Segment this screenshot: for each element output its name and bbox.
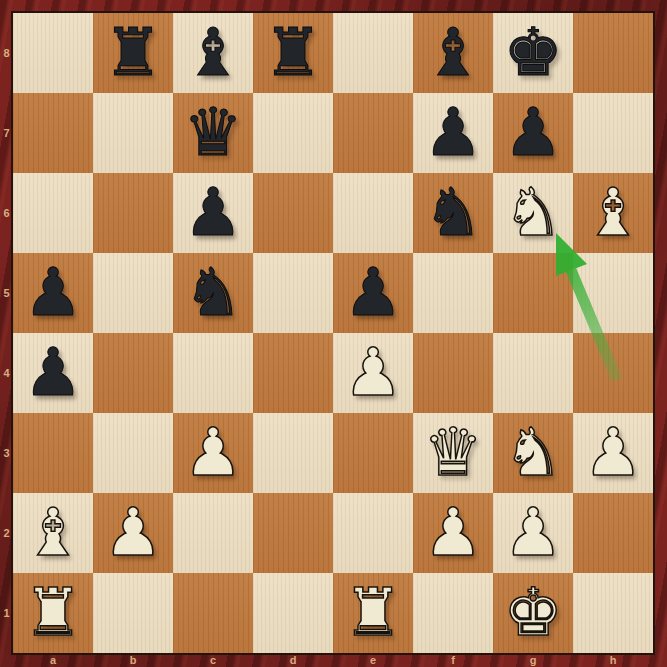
piece-white-pawn-c3[interactable]: ♟	[173, 413, 253, 493]
file-label-f: f	[413, 653, 493, 667]
piece-white-queen-f3[interactable]: ♛	[413, 413, 493, 493]
file-label-h: h	[573, 653, 653, 667]
square-d4[interactable]	[253, 333, 333, 413]
square-d3[interactable]	[253, 413, 333, 493]
square-f3[interactable]: ♛	[413, 413, 493, 493]
square-b5[interactable]	[93, 253, 173, 333]
square-d2[interactable]	[253, 493, 333, 573]
square-h8[interactable]	[573, 13, 653, 93]
piece-white-pawn-e4[interactable]: ♟	[333, 333, 413, 413]
square-a4[interactable]: ♟	[13, 333, 93, 413]
square-f4[interactable]	[413, 333, 493, 413]
rank-label-8: 8	[0, 13, 13, 93]
piece-black-queen-c7[interactable]: ♛	[173, 93, 253, 173]
square-a6[interactable]	[13, 173, 93, 253]
piece-white-rook-e1[interactable]: ♜	[333, 573, 413, 653]
rank-label-5: 5	[0, 253, 13, 333]
file-label-g: g	[493, 653, 573, 667]
piece-white-bishop-h6[interactable]: ♝	[573, 173, 653, 253]
square-h1[interactable]	[573, 573, 653, 653]
square-h3[interactable]: ♟	[573, 413, 653, 493]
piece-black-pawn-a4[interactable]: ♟	[13, 333, 93, 413]
piece-black-pawn-f7[interactable]: ♟	[413, 93, 493, 173]
piece-white-pawn-h3[interactable]: ♟	[573, 413, 653, 493]
square-b8[interactable]: ♜	[93, 13, 173, 93]
square-d7[interactable]	[253, 93, 333, 173]
piece-black-rook-d8[interactable]: ♜	[253, 13, 333, 93]
square-c6[interactable]: ♟	[173, 173, 253, 253]
square-a1[interactable]: ♜	[13, 573, 93, 653]
piece-black-bishop-f8[interactable]: ♝	[413, 13, 493, 93]
file-label-e: e	[333, 653, 413, 667]
file-label-c: c	[173, 653, 253, 667]
piece-black-knight-f6[interactable]: ♞	[413, 173, 493, 253]
square-b1[interactable]	[93, 573, 173, 653]
square-a3[interactable]	[13, 413, 93, 493]
square-e4[interactable]: ♟	[333, 333, 413, 413]
piece-black-rook-b8[interactable]: ♜	[93, 13, 173, 93]
rank-label-1: 1	[0, 573, 13, 653]
file-label-d: d	[253, 653, 333, 667]
square-h2[interactable]	[573, 493, 653, 573]
square-f2[interactable]: ♟	[413, 493, 493, 573]
square-e7[interactable]	[333, 93, 413, 173]
square-g1[interactable]: ♚	[493, 573, 573, 653]
piece-black-knight-c5[interactable]: ♞	[173, 253, 253, 333]
square-c7[interactable]: ♛	[173, 93, 253, 173]
square-d6[interactable]	[253, 173, 333, 253]
square-d5[interactable]	[253, 253, 333, 333]
rank-label-7: 7	[0, 93, 13, 173]
square-h4[interactable]	[573, 333, 653, 413]
square-e2[interactable]	[333, 493, 413, 573]
square-h7[interactable]	[573, 93, 653, 173]
piece-black-pawn-e5[interactable]: ♟	[333, 253, 413, 333]
square-e3[interactable]	[333, 413, 413, 493]
square-g6[interactable]: ♞	[493, 173, 573, 253]
square-b6[interactable]	[93, 173, 173, 253]
square-g5[interactable]	[493, 253, 573, 333]
chess-board: ♜♝♜♝♚♛♟♟♟♞♞♝♟♞♟♟♟♟♛♞♟♝♟♟♟♜♜♚	[13, 13, 653, 653]
square-h6[interactable]: ♝	[573, 173, 653, 253]
square-a8[interactable]	[13, 13, 93, 93]
file-label-a: a	[13, 653, 93, 667]
square-g4[interactable]	[493, 333, 573, 413]
square-d8[interactable]: ♜	[253, 13, 333, 93]
piece-black-king-g8[interactable]: ♚	[493, 13, 573, 93]
square-c8[interactable]: ♝	[173, 13, 253, 93]
square-b3[interactable]	[93, 413, 173, 493]
square-a5[interactable]: ♟	[13, 253, 93, 333]
square-e5[interactable]: ♟	[333, 253, 413, 333]
square-g2[interactable]: ♟	[493, 493, 573, 573]
file-label-b: b	[93, 653, 173, 667]
square-f6[interactable]: ♞	[413, 173, 493, 253]
piece-black-pawn-c6[interactable]: ♟	[173, 173, 253, 253]
square-g3[interactable]: ♞	[493, 413, 573, 493]
square-g8[interactable]: ♚	[493, 13, 573, 93]
chess-board-frame: ♜♝♜♝♚♛♟♟♟♞♞♝♟♞♟♟♟♟♛♞♟♝♟♟♟♜♜♚ 87654321 ab…	[0, 0, 667, 667]
piece-white-knight-g6[interactable]: ♞	[493, 173, 573, 253]
square-b4[interactable]	[93, 333, 173, 413]
square-e8[interactable]	[333, 13, 413, 93]
piece-black-pawn-g7[interactable]: ♟	[493, 93, 573, 173]
piece-white-knight-g3[interactable]: ♞	[493, 413, 573, 493]
piece-white-pawn-f2[interactable]: ♟	[413, 493, 493, 573]
square-b7[interactable]	[93, 93, 173, 173]
piece-white-rook-a1[interactable]: ♜	[13, 573, 93, 653]
piece-white-pawn-g2[interactable]: ♟	[493, 493, 573, 573]
square-c1[interactable]	[173, 573, 253, 653]
square-d1[interactable]	[253, 573, 333, 653]
square-c5[interactable]: ♞	[173, 253, 253, 333]
file-labels: abcdefgh	[13, 653, 653, 667]
piece-black-pawn-a5[interactable]: ♟	[13, 253, 93, 333]
square-g7[interactable]: ♟	[493, 93, 573, 173]
piece-black-bishop-c8[interactable]: ♝	[173, 13, 253, 93]
square-f1[interactable]	[413, 573, 493, 653]
square-f7[interactable]: ♟	[413, 93, 493, 173]
rank-labels: 87654321	[0, 13, 13, 653]
piece-white-pawn-b2[interactable]: ♟	[93, 493, 173, 573]
square-a2[interactable]: ♝	[13, 493, 93, 573]
square-c3[interactable]: ♟	[173, 413, 253, 493]
rank-label-2: 2	[0, 493, 13, 573]
square-h5[interactable]	[573, 253, 653, 333]
square-a7[interactable]	[13, 93, 93, 173]
square-f8[interactable]: ♝	[413, 13, 493, 93]
square-c2[interactable]	[173, 493, 253, 573]
piece-white-king-g1[interactable]: ♚	[493, 573, 573, 653]
square-c4[interactable]	[173, 333, 253, 413]
rank-label-4: 4	[0, 333, 13, 413]
piece-white-bishop-a2[interactable]: ♝	[13, 493, 93, 573]
rank-label-6: 6	[0, 173, 13, 253]
square-f5[interactable]	[413, 253, 493, 333]
square-e1[interactable]: ♜	[333, 573, 413, 653]
rank-label-3: 3	[0, 413, 13, 493]
square-b2[interactable]: ♟	[93, 493, 173, 573]
square-e6[interactable]	[333, 173, 413, 253]
